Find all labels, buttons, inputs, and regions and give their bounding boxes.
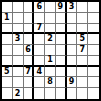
given-digit: 3 bbox=[15, 35, 21, 43]
cell-r3c3[interactable] bbox=[24, 24, 35, 35]
cell-r1c3[interactable] bbox=[24, 2, 35, 13]
cell-r2c2[interactable] bbox=[13, 13, 24, 24]
given-digit: 6 bbox=[25, 46, 31, 54]
cell-r7c9[interactable] bbox=[88, 67, 99, 78]
cell-r4c8[interactable]: 5 bbox=[77, 34, 88, 45]
cell-r3c8[interactable] bbox=[77, 24, 88, 35]
cell-r8c6[interactable] bbox=[56, 77, 67, 88]
given-digit: 2 bbox=[15, 90, 21, 98]
cell-r9c5[interactable] bbox=[45, 88, 56, 99]
cell-r9c3[interactable] bbox=[24, 88, 35, 99]
cell-r1c4[interactable]: 6 bbox=[34, 2, 45, 13]
given-digit: 4 bbox=[36, 68, 42, 76]
given-digit: 7 bbox=[80, 46, 86, 54]
cell-r1c2[interactable] bbox=[13, 2, 24, 13]
cell-r7c6[interactable] bbox=[56, 67, 67, 78]
cell-r7c7[interactable] bbox=[67, 67, 78, 78]
cell-r1c5[interactable] bbox=[45, 2, 56, 13]
cell-r3c9[interactable] bbox=[88, 24, 99, 35]
cell-r5c3[interactable]: 6 bbox=[24, 45, 35, 56]
given-digit: 1 bbox=[4, 14, 10, 22]
cell-r9c9[interactable] bbox=[88, 88, 99, 99]
cell-r4c4[interactable] bbox=[34, 34, 45, 45]
cell-r4c2[interactable]: 3 bbox=[13, 34, 24, 45]
cell-r7c3[interactable]: 7 bbox=[24, 67, 35, 78]
given-digit: 8 bbox=[47, 78, 53, 86]
cell-r7c8[interactable] bbox=[77, 67, 88, 78]
cell-r4c9[interactable] bbox=[88, 34, 99, 45]
given-digit: 5 bbox=[4, 68, 10, 76]
cell-r8c4[interactable] bbox=[34, 77, 45, 88]
cell-r4c7[interactable] bbox=[67, 34, 78, 45]
cell-r9c2[interactable]: 2 bbox=[13, 88, 24, 99]
cell-r8c2[interactable] bbox=[13, 77, 24, 88]
cell-r5c1[interactable] bbox=[2, 45, 13, 56]
cell-r9c6[interactable] bbox=[56, 88, 67, 99]
cell-r8c1[interactable] bbox=[2, 77, 13, 88]
given-digit: 9 bbox=[69, 78, 75, 86]
cell-r5c4[interactable] bbox=[34, 45, 45, 56]
cell-r6c2[interactable] bbox=[13, 56, 24, 67]
cell-r8c7[interactable]: 9 bbox=[67, 77, 78, 88]
given-digit: 7 bbox=[36, 24, 42, 32]
cell-r2c5[interactable] bbox=[45, 13, 56, 24]
cell-r9c4[interactable] bbox=[34, 88, 45, 99]
cell-r1c9[interactable] bbox=[88, 2, 99, 13]
cell-r8c3[interactable] bbox=[24, 77, 35, 88]
given-digit: 6 bbox=[36, 3, 42, 11]
cell-r8c5[interactable]: 8 bbox=[45, 77, 56, 88]
cell-r4c3[interactable] bbox=[24, 34, 35, 45]
cell-r7c4[interactable]: 4 bbox=[34, 67, 45, 78]
cell-r3c6[interactable] bbox=[56, 24, 67, 35]
cell-r9c1[interactable] bbox=[2, 88, 13, 99]
cell-r5c2[interactable] bbox=[13, 45, 24, 56]
cell-r5c6[interactable] bbox=[56, 45, 67, 56]
cell-r2c4[interactable] bbox=[34, 13, 45, 24]
sudoku-board: 69317325671574892 bbox=[0, 0, 101, 101]
cell-r3c5[interactable] bbox=[45, 24, 56, 35]
cell-r6c3[interactable] bbox=[24, 56, 35, 67]
cell-r1c8[interactable] bbox=[77, 2, 88, 13]
cell-r2c6[interactable] bbox=[56, 13, 67, 24]
cell-r7c5[interactable] bbox=[45, 67, 56, 78]
cell-r6c1[interactable] bbox=[2, 56, 13, 67]
given-digit: 9 bbox=[57, 3, 63, 11]
cell-r3c2[interactable] bbox=[13, 24, 24, 35]
cell-r2c1[interactable]: 1 bbox=[2, 13, 13, 24]
cell-r5c8[interactable]: 7 bbox=[77, 45, 88, 56]
cell-r3c1[interactable] bbox=[2, 24, 13, 35]
cell-r2c3[interactable] bbox=[24, 13, 35, 24]
cell-r6c8[interactable] bbox=[77, 56, 88, 67]
cell-r8c9[interactable] bbox=[88, 77, 99, 88]
cell-r2c8[interactable] bbox=[77, 13, 88, 24]
cell-r1c7[interactable]: 3 bbox=[67, 2, 78, 13]
cell-r9c8[interactable] bbox=[77, 88, 88, 99]
cell-r6c6[interactable] bbox=[56, 56, 67, 67]
cell-r6c5[interactable]: 1 bbox=[45, 56, 56, 67]
cell-r6c4[interactable] bbox=[34, 56, 45, 67]
cell-r2c9[interactable] bbox=[88, 13, 99, 24]
cell-r7c1[interactable]: 5 bbox=[2, 67, 13, 78]
cell-r6c7[interactable] bbox=[67, 56, 78, 67]
given-digit: 7 bbox=[25, 68, 31, 76]
given-digit: 5 bbox=[80, 35, 86, 43]
cell-r4c1[interactable] bbox=[2, 34, 13, 45]
cell-r1c1[interactable] bbox=[2, 2, 13, 13]
cell-r7c2[interactable] bbox=[13, 67, 24, 78]
cell-r5c7[interactable] bbox=[67, 45, 78, 56]
cell-r5c5[interactable] bbox=[45, 45, 56, 56]
cell-r1c6[interactable]: 9 bbox=[56, 2, 67, 13]
cell-r3c7[interactable] bbox=[67, 24, 78, 35]
cell-r9c7[interactable] bbox=[67, 88, 78, 99]
cell-r8c8[interactable] bbox=[77, 77, 88, 88]
given-digit: 1 bbox=[47, 56, 53, 64]
cell-r4c5[interactable]: 2 bbox=[45, 34, 56, 45]
cell-r6c9[interactable] bbox=[88, 56, 99, 67]
given-digit: 2 bbox=[47, 35, 53, 43]
cell-r3c4[interactable]: 7 bbox=[34, 24, 45, 35]
given-digit: 3 bbox=[69, 3, 75, 11]
cell-r4c6[interactable] bbox=[56, 34, 67, 45]
cell-r2c7[interactable] bbox=[67, 13, 78, 24]
cell-r5c9[interactable] bbox=[88, 45, 99, 56]
